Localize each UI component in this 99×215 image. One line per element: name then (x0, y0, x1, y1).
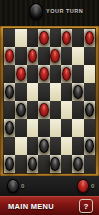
square-r5c5 (50, 101, 61, 119)
square-r2c4 (38, 47, 49, 65)
square-r1c7 (72, 29, 83, 47)
black-piece[interactable] (16, 103, 26, 117)
square-r4c1[interactable] (4, 83, 15, 101)
black-piece[interactable] (5, 85, 15, 99)
square-r4c4 (38, 83, 49, 101)
board-frame (0, 26, 99, 176)
square-r6c2 (15, 119, 26, 137)
square-r7c3 (27, 137, 38, 155)
red-piece[interactable] (28, 49, 38, 63)
square-r2c1[interactable] (4, 47, 15, 65)
square-r2c2 (15, 47, 26, 65)
square-r3c5 (50, 65, 61, 83)
red-piece[interactable] (39, 103, 49, 117)
black-piece[interactable] (5, 121, 15, 135)
square-r1c1 (4, 29, 15, 47)
square-r5c6[interactable] (61, 101, 72, 119)
square-r4c5[interactable] (50, 83, 61, 101)
main-menu-label: MAIN MENU (8, 202, 54, 211)
square-r3c4[interactable] (38, 65, 49, 83)
square-r5c2[interactable] (15, 101, 26, 119)
square-r1c4[interactable] (38, 29, 49, 47)
red-piece[interactable] (50, 49, 60, 63)
checkers-board (3, 28, 96, 174)
square-r1c6[interactable] (61, 29, 72, 47)
square-r1c2[interactable] (15, 29, 26, 47)
square-r7c4[interactable] (38, 137, 49, 155)
square-r7c5 (50, 137, 61, 155)
black-piece[interactable] (50, 157, 60, 171)
square-r4c6 (61, 83, 72, 101)
square-r5c1 (4, 101, 15, 119)
square-r5c8[interactable] (84, 101, 95, 119)
square-r8c6 (61, 155, 72, 173)
square-r6c4 (38, 119, 49, 137)
square-r3c7 (72, 65, 83, 83)
square-r3c8[interactable] (84, 65, 95, 83)
square-r3c2[interactable] (15, 65, 26, 83)
red-piece[interactable] (39, 67, 49, 81)
square-r3c1 (4, 65, 15, 83)
square-r6c3[interactable] (27, 119, 38, 137)
square-r8c2 (15, 155, 26, 173)
square-r6c7[interactable] (72, 119, 83, 137)
square-r4c7[interactable] (72, 83, 83, 101)
main-menu-button[interactable]: MAIN MENU ? (0, 196, 99, 215)
square-r2c8 (84, 47, 95, 65)
square-r1c5 (50, 29, 61, 47)
square-r5c7 (72, 101, 83, 119)
square-r4c3[interactable] (27, 83, 38, 101)
red-piece[interactable] (5, 49, 15, 63)
square-r8c4 (38, 155, 49, 173)
black-tray-piece-icon (7, 179, 19, 193)
square-r2c3[interactable] (27, 47, 38, 65)
red-piece[interactable] (85, 31, 95, 45)
square-r1c8[interactable] (84, 29, 95, 47)
square-r7c6[interactable] (61, 137, 72, 155)
square-r4c8 (84, 83, 95, 101)
square-r7c8[interactable] (84, 137, 95, 155)
turn-banner: YOUR TURN (0, 0, 99, 26)
black-piece[interactable] (28, 157, 38, 171)
square-r8c3[interactable] (27, 155, 38, 173)
black-piece[interactable] (73, 157, 83, 171)
black-piece[interactable] (73, 85, 83, 99)
square-r7c7 (72, 137, 83, 155)
square-r4c2 (15, 83, 26, 101)
square-r2c7[interactable] (72, 47, 83, 65)
square-r5c4[interactable] (38, 101, 49, 119)
square-r2c6 (61, 47, 72, 65)
red-piece[interactable] (39, 31, 49, 45)
square-r8c7[interactable] (72, 155, 83, 173)
square-r3c3 (27, 65, 38, 83)
square-r8c8 (84, 155, 95, 173)
red-piece[interactable] (62, 67, 72, 81)
black-piece[interactable] (39, 139, 49, 153)
square-r1c3 (27, 29, 38, 47)
black-piece[interactable] (85, 139, 95, 153)
square-r6c8 (84, 119, 95, 137)
square-r6c6 (61, 119, 72, 137)
square-r7c1 (4, 137, 15, 155)
square-r2c5[interactable] (50, 47, 61, 65)
red-tray-piece-icon (77, 179, 89, 193)
red-capture-count: 0 (91, 183, 94, 189)
square-r8c5[interactable] (50, 155, 61, 173)
captured-bar: 0 0 (0, 176, 99, 196)
square-r3c6[interactable] (61, 65, 72, 83)
black-piece[interactable] (5, 157, 15, 171)
turn-black-piece-icon (29, 3, 43, 20)
black-piece[interactable] (85, 103, 95, 117)
turn-label: YOUR TURN (46, 8, 96, 14)
square-r8c1[interactable] (4, 155, 15, 173)
game-screen: YOUR TURN 0 0 MAIN MENU ? (0, 0, 99, 215)
red-piece[interactable] (16, 67, 26, 81)
square-r5c3 (27, 101, 38, 119)
red-piece[interactable] (62, 31, 72, 45)
black-capture-count: 0 (21, 183, 24, 189)
square-r6c1[interactable] (4, 119, 15, 137)
square-r7c2[interactable] (15, 137, 26, 155)
help-button[interactable]: ? (79, 199, 93, 213)
square-r6c5[interactable] (50, 119, 61, 137)
